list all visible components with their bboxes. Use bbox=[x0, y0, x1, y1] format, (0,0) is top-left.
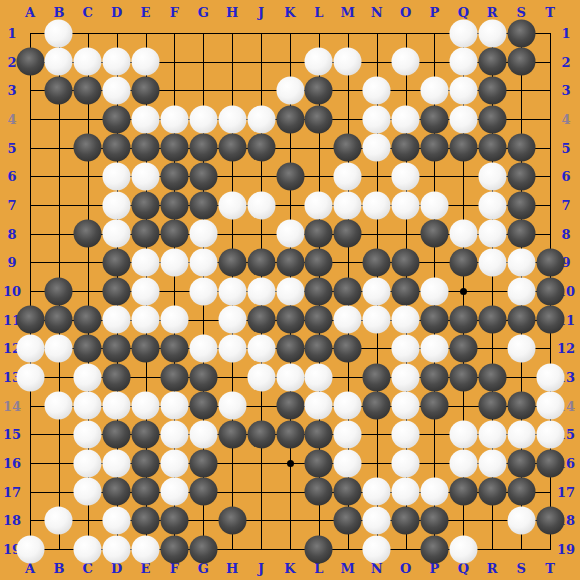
intersection-P19[interactable] bbox=[420, 535, 449, 564]
black-stone-R2[interactable] bbox=[478, 48, 506, 76]
intersection-P10[interactable] bbox=[420, 277, 449, 306]
intersection-P13[interactable] bbox=[420, 363, 449, 392]
white-stone-B2[interactable] bbox=[45, 48, 73, 76]
black-stone-F12[interactable] bbox=[160, 334, 188, 362]
white-stone-O4[interactable] bbox=[392, 105, 420, 133]
white-stone-H4[interactable] bbox=[218, 105, 246, 133]
intersection-T2[interactable] bbox=[536, 47, 565, 76]
black-stone-N9[interactable] bbox=[363, 248, 391, 276]
intersection-S4[interactable] bbox=[507, 105, 536, 134]
intersection-S13[interactable] bbox=[507, 363, 536, 392]
black-stone-L10[interactable] bbox=[305, 277, 333, 305]
intersection-D8[interactable] bbox=[102, 219, 131, 248]
white-stone-C13[interactable] bbox=[74, 363, 102, 391]
white-stone-B18[interactable] bbox=[45, 506, 73, 534]
white-stone-A19[interactable] bbox=[16, 535, 44, 563]
intersection-O7[interactable] bbox=[391, 191, 420, 220]
black-stone-E15[interactable] bbox=[132, 420, 160, 448]
intersection-J5[interactable] bbox=[247, 133, 276, 162]
black-stone-N13[interactable] bbox=[363, 363, 391, 391]
intersection-T17[interactable] bbox=[536, 477, 565, 506]
intersection-K2[interactable] bbox=[276, 47, 305, 76]
black-stone-E7[interactable] bbox=[132, 191, 160, 219]
white-stone-Q4[interactable] bbox=[449, 105, 477, 133]
white-stone-O12[interactable] bbox=[392, 334, 420, 362]
intersection-J7[interactable] bbox=[247, 191, 276, 220]
white-stone-M14[interactable] bbox=[334, 392, 362, 420]
intersection-A17[interactable] bbox=[16, 477, 45, 506]
intersection-E9[interactable] bbox=[131, 248, 160, 277]
intersection-D7[interactable] bbox=[102, 191, 131, 220]
intersection-M19[interactable] bbox=[333, 535, 362, 564]
white-stone-M2[interactable] bbox=[334, 48, 362, 76]
intersection-T4[interactable] bbox=[536, 105, 565, 134]
intersection-D17[interactable] bbox=[102, 477, 131, 506]
intersection-D18[interactable] bbox=[102, 506, 131, 535]
white-stone-E9[interactable] bbox=[132, 248, 160, 276]
intersection-T12[interactable] bbox=[536, 334, 565, 363]
intersection-J2[interactable] bbox=[247, 47, 276, 76]
intersection-B6[interactable] bbox=[44, 162, 73, 191]
intersection-T8[interactable] bbox=[536, 219, 565, 248]
black-stone-G16[interactable] bbox=[189, 449, 217, 477]
intersection-R17[interactable] bbox=[478, 477, 507, 506]
intersection-J16[interactable] bbox=[247, 449, 276, 478]
intersection-C13[interactable] bbox=[73, 363, 102, 392]
intersection-M8[interactable] bbox=[333, 219, 362, 248]
white-stone-D11[interactable] bbox=[103, 306, 131, 334]
white-stone-S10[interactable] bbox=[507, 277, 535, 305]
intersection-A4[interactable] bbox=[16, 105, 45, 134]
intersection-J9[interactable] bbox=[247, 248, 276, 277]
intersection-T7[interactable] bbox=[536, 191, 565, 220]
white-stone-Q19[interactable] bbox=[449, 535, 477, 563]
intersection-E18[interactable] bbox=[131, 506, 160, 535]
intersection-N5[interactable] bbox=[362, 133, 391, 162]
intersection-Q19[interactable] bbox=[449, 535, 478, 564]
intersection-G18[interactable] bbox=[189, 506, 218, 535]
intersection-M2[interactable] bbox=[333, 47, 362, 76]
white-stone-H11[interactable] bbox=[218, 306, 246, 334]
intersection-A10[interactable] bbox=[16, 277, 45, 306]
intersection-N15[interactable] bbox=[362, 420, 391, 449]
white-stone-G10[interactable] bbox=[189, 277, 217, 305]
intersection-A9[interactable] bbox=[16, 248, 45, 277]
white-stone-Q16[interactable] bbox=[449, 449, 477, 477]
intersection-P8[interactable] bbox=[420, 219, 449, 248]
intersection-F5[interactable] bbox=[160, 133, 189, 162]
intersection-P12[interactable] bbox=[420, 334, 449, 363]
intersection-F15[interactable] bbox=[160, 420, 189, 449]
intersection-T18[interactable] bbox=[536, 506, 565, 535]
intersection-S14[interactable] bbox=[507, 391, 536, 420]
intersection-D2[interactable] bbox=[102, 47, 131, 76]
intersection-D15[interactable] bbox=[102, 420, 131, 449]
intersection-M17[interactable] bbox=[333, 477, 362, 506]
black-stone-D17[interactable] bbox=[103, 478, 131, 506]
intersection-Q18[interactable] bbox=[449, 506, 478, 535]
intersection-O16[interactable] bbox=[391, 449, 420, 478]
white-stone-G15[interactable] bbox=[189, 420, 217, 448]
intersection-M5[interactable] bbox=[333, 133, 362, 162]
intersection-D13[interactable] bbox=[102, 363, 131, 392]
intersection-R8[interactable] bbox=[478, 219, 507, 248]
intersection-G8[interactable] bbox=[189, 219, 218, 248]
intersection-S5[interactable] bbox=[507, 133, 536, 162]
intersection-N17[interactable] bbox=[362, 477, 391, 506]
white-stone-F14[interactable] bbox=[160, 392, 188, 420]
intersection-A18[interactable] bbox=[16, 506, 45, 535]
intersection-N12[interactable] bbox=[362, 334, 391, 363]
black-stone-D10[interactable] bbox=[103, 277, 131, 305]
intersection-O5[interactable] bbox=[391, 133, 420, 162]
black-stone-M12[interactable] bbox=[334, 334, 362, 362]
intersection-P9[interactable] bbox=[420, 248, 449, 277]
intersection-T5[interactable] bbox=[536, 133, 565, 162]
white-stone-N19[interactable] bbox=[363, 535, 391, 563]
intersection-R13[interactable] bbox=[478, 363, 507, 392]
intersection-R5[interactable] bbox=[478, 133, 507, 162]
intersection-E12[interactable] bbox=[131, 334, 160, 363]
intersection-M4[interactable] bbox=[333, 105, 362, 134]
white-stone-P7[interactable] bbox=[420, 191, 448, 219]
black-stone-K12[interactable] bbox=[276, 334, 304, 362]
black-stone-S8[interactable] bbox=[507, 220, 535, 248]
intersection-P17[interactable] bbox=[420, 477, 449, 506]
black-stone-F19[interactable] bbox=[160, 535, 188, 563]
intersection-M12[interactable] bbox=[333, 334, 362, 363]
intersection-F3[interactable] bbox=[160, 76, 189, 105]
intersection-H7[interactable] bbox=[218, 191, 247, 220]
black-stone-D15[interactable] bbox=[103, 420, 131, 448]
white-stone-N7[interactable] bbox=[363, 191, 391, 219]
black-stone-L3[interactable] bbox=[305, 76, 333, 104]
intersection-N6[interactable] bbox=[362, 162, 391, 191]
black-stone-F6[interactable] bbox=[160, 162, 188, 190]
white-stone-D19[interactable] bbox=[103, 535, 131, 563]
intersection-S11[interactable] bbox=[507, 305, 536, 334]
intersection-J11[interactable] bbox=[247, 305, 276, 334]
white-stone-H7[interactable] bbox=[218, 191, 246, 219]
black-stone-R11[interactable] bbox=[478, 306, 506, 334]
intersection-N10[interactable] bbox=[362, 277, 391, 306]
white-stone-B12[interactable] bbox=[45, 334, 73, 362]
black-stone-P11[interactable] bbox=[420, 306, 448, 334]
intersection-S18[interactable] bbox=[507, 506, 536, 535]
intersection-G13[interactable] bbox=[189, 363, 218, 392]
intersection-P2[interactable] bbox=[420, 47, 449, 76]
white-stone-L7[interactable] bbox=[305, 191, 333, 219]
intersection-G10[interactable] bbox=[189, 277, 218, 306]
black-stone-D5[interactable] bbox=[103, 134, 131, 162]
intersection-E1[interactable] bbox=[131, 19, 160, 48]
intersection-T11[interactable] bbox=[536, 305, 565, 334]
white-stone-O14[interactable] bbox=[392, 392, 420, 420]
intersection-T13[interactable] bbox=[536, 363, 565, 392]
intersection-N13[interactable] bbox=[362, 363, 391, 392]
intersection-O12[interactable] bbox=[391, 334, 420, 363]
black-stone-S5[interactable] bbox=[507, 134, 535, 162]
intersection-K18[interactable] bbox=[276, 506, 305, 535]
intersection-D4[interactable] bbox=[102, 105, 131, 134]
black-stone-H18[interactable] bbox=[218, 506, 246, 534]
intersection-B13[interactable] bbox=[44, 363, 73, 392]
black-stone-F5[interactable] bbox=[160, 134, 188, 162]
white-stone-F4[interactable] bbox=[160, 105, 188, 133]
black-stone-K15[interactable] bbox=[276, 420, 304, 448]
black-stone-G7[interactable] bbox=[189, 191, 217, 219]
white-stone-H10[interactable] bbox=[218, 277, 246, 305]
intersection-H15[interactable] bbox=[218, 420, 247, 449]
white-stone-O16[interactable] bbox=[392, 449, 420, 477]
black-stone-G17[interactable] bbox=[189, 478, 217, 506]
intersection-A16[interactable] bbox=[16, 449, 45, 478]
intersection-C17[interactable] bbox=[73, 477, 102, 506]
intersection-S6[interactable] bbox=[507, 162, 536, 191]
intersection-F12[interactable] bbox=[160, 334, 189, 363]
intersection-O8[interactable] bbox=[391, 219, 420, 248]
intersection-P3[interactable] bbox=[420, 76, 449, 105]
intersection-H17[interactable] bbox=[218, 477, 247, 506]
intersection-J6[interactable] bbox=[247, 162, 276, 191]
intersection-M1[interactable] bbox=[333, 19, 362, 48]
intersection-L17[interactable] bbox=[304, 477, 333, 506]
black-stone-N14[interactable] bbox=[363, 392, 391, 420]
intersection-E16[interactable] bbox=[131, 449, 160, 478]
black-stone-F13[interactable] bbox=[160, 363, 188, 391]
white-stone-E2[interactable] bbox=[132, 48, 160, 76]
white-stone-T15[interactable] bbox=[536, 420, 564, 448]
white-stone-Q2[interactable] bbox=[449, 48, 477, 76]
white-stone-Q8[interactable] bbox=[449, 220, 477, 248]
black-stone-Q12[interactable] bbox=[449, 334, 477, 362]
black-stone-T18[interactable] bbox=[536, 506, 564, 534]
intersection-N8[interactable] bbox=[362, 219, 391, 248]
white-stone-K8[interactable] bbox=[276, 220, 304, 248]
intersection-C9[interactable] bbox=[73, 248, 102, 277]
intersection-S1[interactable] bbox=[507, 19, 536, 48]
intersection-J17[interactable] bbox=[247, 477, 276, 506]
black-stone-G14[interactable] bbox=[189, 392, 217, 420]
black-stone-S11[interactable] bbox=[507, 306, 535, 334]
intersection-G12[interactable] bbox=[189, 334, 218, 363]
white-stone-S15[interactable] bbox=[507, 420, 535, 448]
intersection-A6[interactable] bbox=[16, 162, 45, 191]
intersection-K8[interactable] bbox=[276, 219, 305, 248]
white-stone-E6[interactable] bbox=[132, 162, 160, 190]
intersection-K13[interactable] bbox=[276, 363, 305, 392]
intersection-H14[interactable] bbox=[218, 391, 247, 420]
intersection-M6[interactable] bbox=[333, 162, 362, 191]
intersection-A1[interactable] bbox=[16, 19, 45, 48]
black-stone-S7[interactable] bbox=[507, 191, 535, 219]
white-stone-K3[interactable] bbox=[276, 76, 304, 104]
white-stone-F17[interactable] bbox=[160, 478, 188, 506]
intersection-T1[interactable] bbox=[536, 19, 565, 48]
white-stone-M15[interactable] bbox=[334, 420, 362, 448]
intersection-B5[interactable] bbox=[44, 133, 73, 162]
black-stone-O9[interactable] bbox=[392, 248, 420, 276]
black-stone-C12[interactable] bbox=[74, 334, 102, 362]
black-stone-C11[interactable] bbox=[74, 306, 102, 334]
black-stone-B3[interactable] bbox=[45, 76, 73, 104]
black-stone-S1[interactable] bbox=[507, 19, 535, 47]
white-stone-R15[interactable] bbox=[478, 420, 506, 448]
intersection-Q17[interactable] bbox=[449, 477, 478, 506]
intersection-N2[interactable] bbox=[362, 47, 391, 76]
intersection-O6[interactable] bbox=[391, 162, 420, 191]
black-stone-L12[interactable] bbox=[305, 334, 333, 362]
black-stone-E3[interactable] bbox=[132, 76, 160, 104]
intersection-G9[interactable] bbox=[189, 248, 218, 277]
intersection-S15[interactable] bbox=[507, 420, 536, 449]
intersection-O19[interactable] bbox=[391, 535, 420, 564]
intersection-D3[interactable] bbox=[102, 76, 131, 105]
intersection-P5[interactable] bbox=[420, 133, 449, 162]
intersection-A13[interactable] bbox=[16, 363, 45, 392]
intersection-K12[interactable] bbox=[276, 334, 305, 363]
black-stone-E12[interactable] bbox=[132, 334, 160, 362]
intersection-H4[interactable] bbox=[218, 105, 247, 134]
white-stone-N10[interactable] bbox=[363, 277, 391, 305]
intersection-E3[interactable] bbox=[131, 76, 160, 105]
intersection-F10[interactable] bbox=[160, 277, 189, 306]
intersection-F2[interactable] bbox=[160, 47, 189, 76]
intersection-O18[interactable] bbox=[391, 506, 420, 535]
white-stone-M16[interactable] bbox=[334, 449, 362, 477]
intersection-E13[interactable] bbox=[131, 363, 160, 392]
intersection-L18[interactable] bbox=[304, 506, 333, 535]
intersection-F9[interactable] bbox=[160, 248, 189, 277]
intersection-R14[interactable] bbox=[478, 391, 507, 420]
intersection-F16[interactable] bbox=[160, 449, 189, 478]
white-stone-O15[interactable] bbox=[392, 420, 420, 448]
black-stone-L16[interactable] bbox=[305, 449, 333, 477]
intersection-L6[interactable] bbox=[304, 162, 333, 191]
white-stone-R1[interactable] bbox=[478, 19, 506, 47]
intersection-F18[interactable] bbox=[160, 506, 189, 535]
intersection-T19[interactable] bbox=[536, 535, 565, 564]
white-stone-N3[interactable] bbox=[363, 76, 391, 104]
intersection-S17[interactable] bbox=[507, 477, 536, 506]
intersection-E4[interactable] bbox=[131, 105, 160, 134]
intersection-B10[interactable] bbox=[44, 277, 73, 306]
white-stone-E4[interactable] bbox=[132, 105, 160, 133]
black-stone-R5[interactable] bbox=[478, 134, 506, 162]
intersection-B17[interactable] bbox=[44, 477, 73, 506]
white-stone-M7[interactable] bbox=[334, 191, 362, 219]
intersection-C2[interactable] bbox=[73, 47, 102, 76]
black-stone-L8[interactable] bbox=[305, 220, 333, 248]
intersection-D12[interactable] bbox=[102, 334, 131, 363]
intersection-Q9[interactable] bbox=[449, 248, 478, 277]
intersection-K1[interactable] bbox=[276, 19, 305, 48]
black-stone-F7[interactable] bbox=[160, 191, 188, 219]
intersection-C6[interactable] bbox=[73, 162, 102, 191]
intersection-Q13[interactable] bbox=[449, 363, 478, 392]
intersection-A15[interactable] bbox=[16, 420, 45, 449]
intersection-Q10[interactable] bbox=[449, 277, 478, 306]
intersection-Q7[interactable] bbox=[449, 191, 478, 220]
black-stone-P18[interactable] bbox=[420, 506, 448, 534]
intersection-R3[interactable] bbox=[478, 76, 507, 105]
white-stone-N4[interactable] bbox=[363, 105, 391, 133]
white-stone-D2[interactable] bbox=[103, 48, 131, 76]
black-stone-G19[interactable] bbox=[189, 535, 217, 563]
intersection-H18[interactable] bbox=[218, 506, 247, 535]
intersection-H9[interactable] bbox=[218, 248, 247, 277]
white-stone-O11[interactable] bbox=[392, 306, 420, 334]
intersection-N18[interactable] bbox=[362, 506, 391, 535]
white-stone-N5[interactable] bbox=[363, 134, 391, 162]
intersection-K16[interactable] bbox=[276, 449, 305, 478]
intersection-S12[interactable] bbox=[507, 334, 536, 363]
intersection-B4[interactable] bbox=[44, 105, 73, 134]
intersection-T14[interactable] bbox=[536, 391, 565, 420]
white-stone-N11[interactable] bbox=[363, 306, 391, 334]
black-stone-M5[interactable] bbox=[334, 134, 362, 162]
intersection-E14[interactable] bbox=[131, 391, 160, 420]
intersection-N4[interactable] bbox=[362, 105, 391, 134]
intersection-O4[interactable] bbox=[391, 105, 420, 134]
black-stone-P5[interactable] bbox=[420, 134, 448, 162]
intersection-J18[interactable] bbox=[247, 506, 276, 535]
intersection-L5[interactable] bbox=[304, 133, 333, 162]
intersection-J13[interactable] bbox=[247, 363, 276, 392]
intersection-O11[interactable] bbox=[391, 305, 420, 334]
intersection-G3[interactable] bbox=[189, 76, 218, 105]
white-stone-R7[interactable] bbox=[478, 191, 506, 219]
intersection-H13[interactable] bbox=[218, 363, 247, 392]
black-stone-R4[interactable] bbox=[478, 105, 506, 133]
white-stone-K10[interactable] bbox=[276, 277, 304, 305]
intersection-E7[interactable] bbox=[131, 191, 160, 220]
white-stone-O6[interactable] bbox=[392, 162, 420, 190]
black-stone-H5[interactable] bbox=[218, 134, 246, 162]
white-stone-L13[interactable] bbox=[305, 363, 333, 391]
intersection-O2[interactable] bbox=[391, 47, 420, 76]
black-stone-Q11[interactable] bbox=[449, 306, 477, 334]
intersection-L8[interactable] bbox=[304, 219, 333, 248]
intersection-H19[interactable] bbox=[218, 535, 247, 564]
white-stone-L2[interactable] bbox=[305, 48, 333, 76]
white-stone-D3[interactable] bbox=[103, 76, 131, 104]
intersection-B14[interactable] bbox=[44, 391, 73, 420]
intersection-K19[interactable] bbox=[276, 535, 305, 564]
intersection-F14[interactable] bbox=[160, 391, 189, 420]
intersection-D10[interactable] bbox=[102, 277, 131, 306]
intersection-N14[interactable] bbox=[362, 391, 391, 420]
white-stone-O13[interactable] bbox=[392, 363, 420, 391]
intersection-C1[interactable] bbox=[73, 19, 102, 48]
intersection-R4[interactable] bbox=[478, 105, 507, 134]
intersection-B1[interactable] bbox=[44, 19, 73, 48]
black-stone-L15[interactable] bbox=[305, 420, 333, 448]
white-stone-Q3[interactable] bbox=[449, 76, 477, 104]
black-stone-K6[interactable] bbox=[276, 162, 304, 190]
intersection-Q11[interactable] bbox=[449, 305, 478, 334]
intersection-H1[interactable] bbox=[218, 19, 247, 48]
intersection-G19[interactable] bbox=[189, 535, 218, 564]
black-stone-T9[interactable] bbox=[536, 248, 564, 276]
intersection-D1[interactable] bbox=[102, 19, 131, 48]
intersection-A19[interactable] bbox=[16, 535, 45, 564]
intersection-K9[interactable] bbox=[276, 248, 305, 277]
white-stone-H14[interactable] bbox=[218, 392, 246, 420]
black-stone-K11[interactable] bbox=[276, 306, 304, 334]
intersection-K17[interactable] bbox=[276, 477, 305, 506]
intersection-P11[interactable] bbox=[420, 305, 449, 334]
